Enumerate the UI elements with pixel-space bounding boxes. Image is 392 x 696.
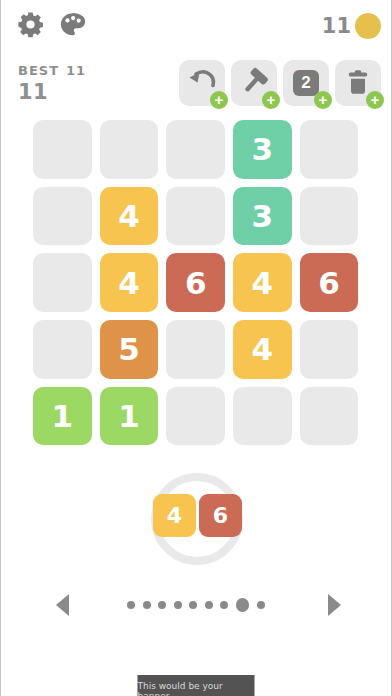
empty-cell[interactable] (33, 253, 92, 312)
powerup-bar: + + 2 + (179, 60, 381, 106)
tile-1[interactable]: 1 (100, 387, 159, 446)
tile-4[interactable]: 4 (233, 253, 292, 312)
empty-cell[interactable] (33, 120, 92, 179)
pager-dot (158, 601, 166, 609)
plus-badge: + (210, 91, 228, 109)
empty-cell[interactable] (300, 120, 359, 179)
empty-cell[interactable] (100, 120, 159, 179)
empty-cell[interactable] (300, 387, 359, 446)
coin-icon (355, 13, 381, 39)
coin-amount: 11 (322, 14, 351, 38)
banner-text: This would be your banner (138, 681, 255, 696)
empty-cell[interactable] (33, 187, 92, 246)
score-panel: BEST 11 11 (18, 63, 86, 104)
pager-dot (257, 601, 265, 609)
empty-cell[interactable] (33, 320, 92, 379)
tile-1[interactable]: 1 (33, 387, 92, 446)
ad-banner[interactable]: This would be your banner (138, 675, 255, 696)
current-score: 11 (18, 80, 86, 104)
pager-right-arrow[interactable] (328, 594, 341, 616)
best-score-line: BEST 11 (18, 63, 86, 78)
coin-counter: 11 (322, 13, 381, 39)
plus-badge: + (366, 91, 384, 109)
pager-dot (174, 601, 182, 609)
pager-dot (220, 601, 228, 609)
empty-cell[interactable] (233, 387, 292, 446)
tile-3[interactable]: 3 (233, 187, 292, 246)
tile-4[interactable]: 4 (100, 253, 159, 312)
tile-6[interactable]: 6 (300, 253, 359, 312)
tile-6[interactable]: 6 (166, 253, 225, 312)
next-tile-6: 6 (199, 494, 242, 537)
tile-4[interactable]: 4 (233, 320, 292, 379)
tile-4[interactable]: 4 (100, 187, 159, 246)
next-piece: 46 (153, 494, 242, 537)
empty-cell[interactable] (166, 120, 225, 179)
number-2-icon: 2 (293, 70, 319, 96)
empty-cell[interactable] (300, 187, 359, 246)
game-screen: 11 BEST 11 11 + (0, 0, 392, 696)
next-tile-4: 4 (153, 494, 196, 537)
empty-cell[interactable] (300, 320, 359, 379)
pager-dot (189, 601, 197, 609)
change-number-button[interactable]: 2 + (283, 60, 329, 106)
pager-dot (127, 601, 135, 609)
empty-cell[interactable] (166, 320, 225, 379)
palette-icon (58, 28, 88, 43)
hammer-button[interactable]: + (231, 60, 277, 106)
theme-button[interactable] (58, 10, 88, 40)
plus-badge: + (262, 91, 280, 109)
empty-cell[interactable] (166, 387, 225, 446)
pager-dot (143, 601, 151, 609)
tile-3[interactable]: 3 (233, 120, 292, 179)
trash-button[interactable]: + (335, 60, 381, 106)
plus-badge: + (314, 91, 332, 109)
pager-dot-active (236, 598, 250, 612)
empty-cell[interactable] (166, 187, 225, 246)
settings-button[interactable] (16, 10, 45, 39)
best-value: 11 (66, 63, 86, 78)
best-label: BEST (18, 63, 59, 78)
tile-5[interactable]: 5 (100, 320, 159, 379)
gear-icon (16, 27, 45, 42)
board-grid: 34346465411 (33, 120, 358, 445)
pager-dot (205, 601, 213, 609)
undo-button[interactable]: + (179, 60, 225, 106)
